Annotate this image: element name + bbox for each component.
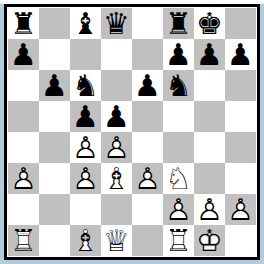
white-pawn-a3[interactable]: ♟♙: [8, 163, 39, 194]
square-g8[interactable]: ♚: [194, 8, 225, 39]
square-f2[interactable]: ♟♙: [163, 194, 194, 225]
piece-outline-layer: ♙: [225, 194, 256, 225]
square-d6[interactable]: [101, 70, 132, 101]
board-frame: ♜♝♛♜♚♟♟♟♟♟♞♟♞♟♟♟♙♟♙♟♙♟♙♝♗♟♙♞♘♟♙♟♙♟♙♜♖♝♗♛…: [4, 4, 260, 260]
square-c2[interactable]: [70, 194, 101, 225]
square-b7[interactable]: [39, 39, 70, 70]
white-pawn-g2[interactable]: ♟♙: [194, 194, 225, 225]
piece-outline-layer: ♙: [163, 194, 194, 225]
piece-fill-layer: ♟: [194, 39, 225, 70]
black-rook-f8[interactable]: ♜: [163, 8, 194, 39]
piece-fill-layer: ♟: [132, 70, 163, 101]
square-f8[interactable]: ♜: [163, 8, 194, 39]
piece-fill-layer: ♛: [101, 8, 132, 39]
square-d8[interactable]: ♛: [101, 8, 132, 39]
black-king-g8[interactable]: ♚: [194, 8, 225, 39]
square-g1[interactable]: ♚♔: [194, 225, 225, 256]
piece-outline-layer: ♙: [194, 194, 225, 225]
square-c8[interactable]: ♝: [70, 8, 101, 39]
black-queen-d8[interactable]: ♛: [101, 8, 132, 39]
square-b1[interactable]: [39, 225, 70, 256]
square-h2[interactable]: ♟♙: [225, 194, 256, 225]
square-e5[interactable]: [132, 101, 163, 132]
square-d7[interactable]: [101, 39, 132, 70]
square-h1[interactable]: [225, 225, 256, 256]
black-pawn-c5[interactable]: ♟: [70, 101, 101, 132]
square-e3[interactable]: ♟♙: [132, 163, 163, 194]
piece-outline-layer: ♗: [70, 225, 101, 256]
square-c5[interactable]: ♟: [70, 101, 101, 132]
square-a8[interactable]: ♜: [8, 8, 39, 39]
square-b2[interactable]: [39, 194, 70, 225]
square-a6[interactable]: [8, 70, 39, 101]
white-pawn-c4[interactable]: ♟♙: [70, 132, 101, 163]
square-c6[interactable]: ♞: [70, 70, 101, 101]
white-pawn-d4[interactable]: ♟♙: [101, 132, 132, 163]
black-pawn-g7[interactable]: ♟: [194, 39, 225, 70]
piece-outline-layer: ♙: [70, 163, 101, 194]
piece-outline-layer: ♔: [194, 225, 225, 256]
piece-fill-layer: ♞: [163, 70, 194, 101]
square-a7[interactable]: ♟: [8, 39, 39, 70]
piece-fill-layer: ♟: [39, 70, 70, 101]
square-e1[interactable]: [132, 225, 163, 256]
piece-outline-layer: ♗: [101, 163, 132, 194]
piece-outline-layer: ♕: [101, 225, 132, 256]
black-pawn-d5[interactable]: ♟: [101, 101, 132, 132]
piece-outline-layer: ♖: [163, 225, 194, 256]
black-rook-a8[interactable]: ♜: [8, 8, 39, 39]
piece-fill-layer: ♟: [163, 39, 194, 70]
piece-outline-layer: ♙: [132, 163, 163, 194]
square-h4[interactable]: [225, 132, 256, 163]
square-f4[interactable]: [163, 132, 194, 163]
piece-fill-layer: ♚: [194, 8, 225, 39]
chess-board: ♜♝♛♜♚♟♟♟♟♟♞♟♞♟♟♟♙♟♙♟♙♟♙♝♗♟♙♞♘♟♙♟♙♟♙♜♖♝♗♛…: [8, 8, 256, 256]
square-d2[interactable]: [101, 194, 132, 225]
white-rook-a1[interactable]: ♜♖: [8, 225, 39, 256]
square-h6[interactable]: [225, 70, 256, 101]
square-f6[interactable]: ♞: [163, 70, 194, 101]
white-pawn-e3[interactable]: ♟♙: [132, 163, 163, 194]
white-knight-f3[interactable]: ♞♘: [163, 163, 194, 194]
square-g3[interactable]: [194, 163, 225, 194]
piece-fill-layer: ♟: [8, 39, 39, 70]
piece-fill-layer: ♝: [70, 8, 101, 39]
white-king-g1[interactable]: ♚♔: [194, 225, 225, 256]
piece-outline-layer: ♖: [8, 225, 39, 256]
white-bishop-d3[interactable]: ♝♗: [101, 163, 132, 194]
square-g2[interactable]: ♟♙: [194, 194, 225, 225]
square-b5[interactable]: [39, 101, 70, 132]
square-e6[interactable]: ♟: [132, 70, 163, 101]
square-h8[interactable]: [225, 8, 256, 39]
black-pawn-e6[interactable]: ♟: [132, 70, 163, 101]
square-f3[interactable]: ♞♘: [163, 163, 194, 194]
piece-outline-layer: ♙: [101, 132, 132, 163]
square-e7[interactable]: [132, 39, 163, 70]
square-d3[interactable]: ♝♗: [101, 163, 132, 194]
piece-fill-layer: ♜: [8, 8, 39, 39]
square-a1[interactable]: ♜♖: [8, 225, 39, 256]
piece-fill-layer: ♟: [101, 101, 132, 132]
piece-outline-layer: ♙: [8, 163, 39, 194]
black-pawn-b6[interactable]: ♟: [39, 70, 70, 101]
white-pawn-c3[interactable]: ♟♙: [70, 163, 101, 194]
black-bishop-c8[interactable]: ♝: [70, 8, 101, 39]
square-f5[interactable]: [163, 101, 194, 132]
white-rook-f1[interactable]: ♜♖: [163, 225, 194, 256]
square-d4[interactable]: ♟♙: [101, 132, 132, 163]
square-d1[interactable]: ♛♕: [101, 225, 132, 256]
page-background: ♜♝♛♜♚♟♟♟♟♟♞♟♞♟♟♟♙♟♙♟♙♟♙♝♗♟♙♞♘♟♙♟♙♟♙♜♖♝♗♛…: [0, 4, 264, 264]
square-c3[interactable]: ♟♙: [70, 163, 101, 194]
white-bishop-c1[interactable]: ♝♗: [70, 225, 101, 256]
square-h7[interactable]: ♟: [225, 39, 256, 70]
piece-fill-layer: ♜: [163, 8, 194, 39]
black-pawn-a7[interactable]: ♟: [8, 39, 39, 70]
square-h3[interactable]: [225, 163, 256, 194]
square-a5[interactable]: [8, 101, 39, 132]
black-knight-f6[interactable]: ♞: [163, 70, 194, 101]
square-d5[interactable]: ♟: [101, 101, 132, 132]
white-queen-d1[interactable]: ♛♕: [101, 225, 132, 256]
square-f7[interactable]: ♟: [163, 39, 194, 70]
square-b3[interactable]: [39, 163, 70, 194]
square-c1[interactable]: ♝♗: [70, 225, 101, 256]
square-c7[interactable]: [70, 39, 101, 70]
square-b4[interactable]: [39, 132, 70, 163]
piece-fill-layer: ♟: [70, 101, 101, 132]
square-g7[interactable]: ♟: [194, 39, 225, 70]
black-knight-c6[interactable]: ♞: [70, 70, 101, 101]
square-b8[interactable]: [39, 8, 70, 39]
piece-fill-layer: ♟: [225, 39, 256, 70]
square-g6[interactable]: [194, 70, 225, 101]
square-g4[interactable]: [194, 132, 225, 163]
piece-outline-layer: ♘: [163, 163, 194, 194]
square-e4[interactable]: [132, 132, 163, 163]
square-b6[interactable]: ♟: [39, 70, 70, 101]
square-h5[interactable]: [225, 101, 256, 132]
square-e2[interactable]: [132, 194, 163, 225]
square-a2[interactable]: [8, 194, 39, 225]
square-g5[interactable]: [194, 101, 225, 132]
square-e8[interactable]: [132, 8, 163, 39]
square-f1[interactable]: ♜♖: [163, 225, 194, 256]
square-a4[interactable]: [8, 132, 39, 163]
piece-fill-layer: ♞: [70, 70, 101, 101]
square-c4[interactable]: ♟♙: [70, 132, 101, 163]
black-pawn-h7[interactable]: ♟: [225, 39, 256, 70]
square-a3[interactable]: ♟♙: [8, 163, 39, 194]
white-pawn-f2[interactable]: ♟♙: [163, 194, 194, 225]
white-pawn-h2[interactable]: ♟♙: [225, 194, 256, 225]
black-pawn-f7[interactable]: ♟: [163, 39, 194, 70]
piece-outline-layer: ♙: [70, 132, 101, 163]
